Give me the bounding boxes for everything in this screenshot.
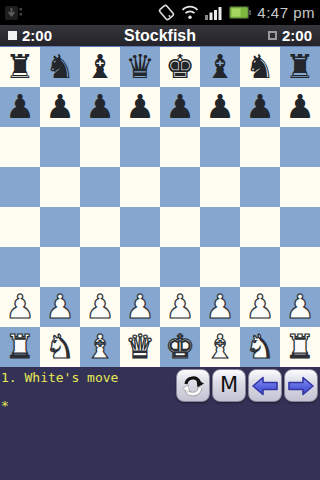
square-b4[interactable] <box>40 207 80 247</box>
toolbar: M <box>176 369 318 402</box>
square-b1[interactable]: ♞ <box>40 327 80 367</box>
app-screen: 4:47 pm 2:00 Stockfish 2:00 ♜♞♝♛♚♝♞♜♟♟♟♟… <box>0 0 320 480</box>
black-clock-time: 2:00 <box>22 27 52 44</box>
piece-white-knight: ♞ <box>45 327 75 367</box>
square-b2[interactable]: ♟ <box>40 287 80 327</box>
status-bar: 4:47 pm <box>0 0 320 25</box>
square-h5[interactable] <box>280 167 320 207</box>
piece-black-pawn: ♟ <box>85 87 115 127</box>
square-b5[interactable] <box>40 167 80 207</box>
square-d3[interactable] <box>120 247 160 287</box>
square-e7[interactable]: ♟ <box>160 87 200 127</box>
chess-board[interactable]: ♜♞♝♛♚♝♞♜♟♟♟♟♟♟♟♟♟♟♟♟♟♟♟♟♜♞♝♛♚♝♞♜ <box>0 47 320 367</box>
square-e2[interactable]: ♟ <box>160 287 200 327</box>
piece-white-pawn: ♟ <box>205 287 235 327</box>
arrow-left-icon <box>251 374 279 398</box>
square-h8[interactable]: ♜ <box>280 47 320 87</box>
square-a5[interactable] <box>0 167 40 207</box>
piece-black-rook: ♜ <box>5 47 35 87</box>
square-c7[interactable]: ♟ <box>80 87 120 127</box>
square-h4[interactable] <box>280 207 320 247</box>
piece-black-knight: ♞ <box>45 47 75 87</box>
piece-white-pawn: ♟ <box>245 287 275 327</box>
square-a8[interactable]: ♜ <box>0 47 40 87</box>
black-clock-indicator-icon <box>8 31 17 40</box>
piece-black-pawn: ♟ <box>5 87 35 127</box>
piece-white-pawn: ♟ <box>285 287 315 327</box>
piece-white-bishop: ♝ <box>205 327 235 367</box>
piece-white-pawn: ♟ <box>5 287 35 327</box>
square-e4[interactable] <box>160 207 200 247</box>
square-e6[interactable] <box>160 127 200 167</box>
rotation-icon <box>158 4 175 21</box>
piece-white-rook: ♜ <box>285 327 315 367</box>
notification-download-icon <box>5 5 23 21</box>
piece-black-bishop: ♝ <box>85 47 115 87</box>
clock-bar: 2:00 Stockfish 2:00 <box>0 25 320 47</box>
result-text: * <box>1 398 9 413</box>
square-d5[interactable] <box>120 167 160 207</box>
square-d4[interactable] <box>120 207 160 247</box>
black-clock: 2:00 <box>8 27 78 44</box>
square-h2[interactable]: ♟ <box>280 287 320 327</box>
square-h3[interactable] <box>280 247 320 287</box>
piece-white-queen: ♛ <box>125 327 155 367</box>
square-g3[interactable] <box>240 247 280 287</box>
piece-black-pawn: ♟ <box>245 87 275 127</box>
flip-icon <box>181 374 205 398</box>
piece-white-pawn: ♟ <box>45 287 75 327</box>
piece-black-pawn: ♟ <box>45 87 75 127</box>
piece-white-knight: ♞ <box>245 327 275 367</box>
square-a2[interactable]: ♟ <box>0 287 40 327</box>
square-h1[interactable]: ♜ <box>280 327 320 367</box>
square-d7[interactable]: ♟ <box>120 87 160 127</box>
square-d2[interactable]: ♟ <box>120 287 160 327</box>
square-c3[interactable] <box>80 247 120 287</box>
square-f1[interactable]: ♝ <box>200 327 240 367</box>
square-a3[interactable] <box>0 247 40 287</box>
square-f6[interactable] <box>200 127 240 167</box>
piece-white-pawn: ♟ <box>165 287 195 327</box>
piece-black-bishop: ♝ <box>205 47 235 87</box>
piece-black-pawn: ♟ <box>285 87 315 127</box>
square-d1[interactable]: ♛ <box>120 327 160 367</box>
square-e3[interactable] <box>160 247 200 287</box>
white-clock-time: 2:00 <box>282 27 312 44</box>
piece-black-rook: ♜ <box>285 47 315 87</box>
square-g8[interactable]: ♞ <box>240 47 280 87</box>
square-g5[interactable] <box>240 167 280 207</box>
white-clock-indicator-icon <box>268 31 277 40</box>
engine-title: Stockfish <box>78 27 242 45</box>
square-d8[interactable]: ♛ <box>120 47 160 87</box>
piece-white-pawn: ♟ <box>125 287 155 327</box>
square-c6[interactable] <box>80 127 120 167</box>
piece-black-pawn: ♟ <box>165 87 195 127</box>
back-button[interactable] <box>248 369 282 402</box>
square-f3[interactable] <box>200 247 240 287</box>
move-panel: 1. White's move * M <box>0 367 320 479</box>
square-c8[interactable]: ♝ <box>80 47 120 87</box>
status-time: 4:47 pm <box>257 4 315 21</box>
piece-white-bishop: ♝ <box>85 327 115 367</box>
square-e5[interactable] <box>160 167 200 207</box>
piece-black-knight: ♞ <box>245 47 275 87</box>
arrow-right-icon <box>287 374 315 398</box>
square-c5[interactable] <box>80 167 120 207</box>
piece-white-king: ♚ <box>165 327 195 367</box>
square-g7[interactable]: ♟ <box>240 87 280 127</box>
square-d6[interactable] <box>120 127 160 167</box>
square-g1[interactable]: ♞ <box>240 327 280 367</box>
forward-button[interactable] <box>284 369 318 402</box>
battery-icon <box>229 6 251 19</box>
piece-black-queen: ♛ <box>125 47 155 87</box>
piece-white-rook: ♜ <box>5 327 35 367</box>
square-b7[interactable]: ♟ <box>40 87 80 127</box>
square-f2[interactable]: ♟ <box>200 287 240 327</box>
mode-button-label: M <box>220 375 238 396</box>
square-h7[interactable]: ♟ <box>280 87 320 127</box>
move-text: 1. White's move <box>1 370 118 385</box>
square-c2[interactable]: ♟ <box>80 287 120 327</box>
piece-black-pawn: ♟ <box>125 87 155 127</box>
square-f4[interactable] <box>200 207 240 247</box>
square-f7[interactable]: ♟ <box>200 87 240 127</box>
signal-icon <box>205 6 223 20</box>
square-g4[interactable] <box>240 207 280 247</box>
square-f5[interactable] <box>200 167 240 207</box>
flip-board-button[interactable] <box>176 369 210 402</box>
mode-button[interactable]: M <box>212 369 246 402</box>
square-f8[interactable]: ♝ <box>200 47 240 87</box>
square-c1[interactable]: ♝ <box>80 327 120 367</box>
square-b6[interactable] <box>40 127 80 167</box>
square-a6[interactable] <box>0 127 40 167</box>
square-b8[interactable]: ♞ <box>40 47 80 87</box>
square-a7[interactable]: ♟ <box>0 87 40 127</box>
square-g2[interactable]: ♟ <box>240 287 280 327</box>
square-b3[interactable] <box>40 247 80 287</box>
square-a1[interactable]: ♜ <box>0 327 40 367</box>
piece-black-pawn: ♟ <box>205 87 235 127</box>
square-c4[interactable] <box>80 207 120 247</box>
white-clock: 2:00 <box>242 27 312 44</box>
square-h6[interactable] <box>280 127 320 167</box>
square-e1[interactable]: ♚ <box>160 327 200 367</box>
piece-white-pawn: ♟ <box>85 287 115 327</box>
square-a4[interactable] <box>0 207 40 247</box>
square-g6[interactable] <box>240 127 280 167</box>
wifi-icon <box>181 5 199 20</box>
square-e8[interactable]: ♚ <box>160 47 200 87</box>
piece-black-king: ♚ <box>165 47 195 87</box>
